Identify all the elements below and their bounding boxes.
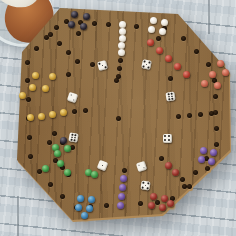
- die-pip: [171, 97, 173, 99]
- board-hole: [214, 126, 219, 131]
- board-hole: [180, 177, 185, 182]
- die-showing-6[interactable]: [68, 132, 78, 142]
- maroon-marble[interactable]: [150, 193, 157, 200]
- die-pip: [70, 136, 72, 138]
- die-pip: [167, 95, 169, 97]
- board-hole: [76, 31, 81, 36]
- board-hole: [155, 200, 160, 205]
- green-marble[interactable]: [64, 145, 71, 152]
- board-hole: [25, 60, 30, 65]
- white-marble[interactable]: [148, 26, 155, 33]
- coral-marble[interactable]: [201, 80, 208, 87]
- white-marble[interactable]: [119, 28, 126, 35]
- green-marble[interactable]: [42, 165, 49, 172]
- board-hole: [114, 78, 119, 83]
- board-hole: [214, 142, 219, 147]
- die-pip: [145, 63, 147, 65]
- board-hole: [25, 78, 30, 83]
- yellow-marble[interactable]: [49, 73, 56, 80]
- purple-marble[interactable]: [200, 147, 207, 154]
- die-pip: [101, 164, 103, 166]
- red-marble[interactable]: [174, 63, 181, 70]
- die-pip: [170, 92, 172, 94]
- red-marble[interactable]: [183, 71, 190, 78]
- green-marble[interactable]: [91, 171, 98, 178]
- white-marble[interactable]: [161, 19, 168, 26]
- die-showing-5[interactable]: [141, 59, 152, 70]
- board-hole: [106, 22, 111, 27]
- die-pip: [146, 187, 148, 189]
- purple-marble[interactable]: [208, 158, 215, 165]
- die-pip: [148, 61, 150, 63]
- board-hole: [159, 156, 164, 161]
- die-pip: [104, 66, 106, 68]
- die-pip: [167, 93, 169, 95]
- board-hole: [168, 76, 173, 81]
- board-hole: [181, 36, 186, 41]
- blue-marble[interactable]: [77, 195, 84, 202]
- purple-marble[interactable]: [119, 184, 126, 191]
- board-hole: [104, 203, 109, 208]
- board-hole: [122, 168, 127, 173]
- board-hole: [34, 46, 39, 51]
- die-pip: [71, 133, 73, 135]
- die-pip: [101, 64, 103, 66]
- board-hole: [47, 140, 52, 145]
- board-hole: [28, 154, 33, 159]
- yellow-marble[interactable]: [49, 111, 56, 118]
- board-hole: [66, 72, 71, 77]
- purple-marble[interactable]: [198, 156, 205, 163]
- die-pip: [141, 186, 143, 188]
- purple-marble[interactable]: [210, 149, 217, 156]
- die-pip: [70, 93, 72, 95]
- coral-marble[interactable]: [214, 82, 221, 89]
- board-hole: [52, 131, 57, 136]
- white-marble[interactable]: [150, 17, 157, 24]
- board-hole: [209, 111, 214, 116]
- yellow-marble[interactable]: [60, 109, 67, 116]
- board-hole: [37, 169, 42, 174]
- die-showing-5[interactable]: [140, 180, 150, 190]
- die-showing-6[interactable]: [165, 91, 175, 101]
- board-hole: [26, 97, 31, 102]
- maroon-marble[interactable]: [167, 200, 174, 207]
- scene: [0, 0, 236, 236]
- yellow-marble[interactable]: [27, 114, 34, 121]
- maroon-marble[interactable]: [148, 202, 155, 209]
- maroon-marble[interactable]: [161, 195, 168, 202]
- black-marble[interactable]: [60, 137, 67, 144]
- board-hole: [83, 108, 88, 113]
- coral-marble[interactable]: [222, 69, 229, 76]
- die-pip: [168, 135, 170, 137]
- die-pip: [147, 66, 149, 68]
- black-marble[interactable]: [71, 11, 78, 18]
- red-marble[interactable]: [165, 55, 172, 62]
- blue-marble[interactable]: [75, 204, 82, 211]
- board-hole: [90, 62, 95, 67]
- yellow-marble[interactable]: [38, 113, 45, 120]
- purple-marble[interactable]: [117, 202, 124, 209]
- blue-marble[interactable]: [88, 196, 95, 203]
- maroon-marble[interactable]: [159, 204, 166, 211]
- die-pip: [144, 184, 146, 186]
- maroon-marble[interactable]: [165, 162, 172, 169]
- die-showing-3[interactable]: [96, 59, 107, 70]
- board-hole: [198, 112, 203, 117]
- white-marble[interactable]: [119, 35, 126, 42]
- white-marble[interactable]: [118, 49, 125, 56]
- die-pip: [142, 166, 144, 168]
- blue-marble[interactable]: [81, 212, 88, 219]
- board-hole: [134, 24, 139, 29]
- board-hole: [193, 170, 198, 175]
- board-hole: [66, 50, 71, 55]
- yellow-marble[interactable]: [32, 72, 39, 79]
- die-pip: [168, 98, 170, 100]
- board-hole: [117, 66, 122, 71]
- board-hole: [27, 135, 32, 140]
- maroon-marble[interactable]: [172, 169, 179, 176]
- board-hole: [182, 184, 187, 189]
- board-hole: [205, 166, 210, 171]
- yellow-marble[interactable]: [42, 85, 49, 92]
- white-marble[interactable]: [118, 42, 125, 49]
- die-showing-4[interactable]: [163, 134, 172, 143]
- die-pip: [168, 139, 170, 141]
- yellow-marble[interactable]: [19, 92, 26, 99]
- board-hole: [194, 49, 199, 54]
- die-pip: [143, 60, 145, 62]
- die-pip: [74, 136, 76, 138]
- board-hole: [92, 21, 97, 26]
- die-pip: [164, 135, 166, 137]
- purple-marble[interactable]: [120, 175, 127, 182]
- black-marble[interactable]: [68, 21, 75, 28]
- white-marble[interactable]: [159, 28, 166, 35]
- die-pip: [98, 62, 100, 64]
- board-hole: [206, 62, 211, 67]
- green-marble[interactable]: [57, 160, 64, 167]
- black-marble[interactable]: [83, 13, 90, 20]
- board-hole: [57, 41, 62, 46]
- board-hole: [187, 113, 192, 118]
- die-pip: [74, 134, 76, 136]
- blue-marble[interactable]: [86, 205, 93, 212]
- board-hole: [60, 194, 65, 199]
- die-pip: [171, 95, 173, 97]
- board-hole: [213, 94, 218, 99]
- die-pip: [142, 65, 144, 67]
- board-hole: [187, 184, 192, 189]
- green-marble[interactable]: [64, 169, 71, 176]
- black-marble[interactable]: [80, 23, 87, 30]
- white-marble[interactable]: [119, 21, 126, 28]
- coral-marble[interactable]: [217, 60, 224, 67]
- die-showing-2[interactable]: [66, 91, 77, 102]
- yellow-marble[interactable]: [29, 84, 36, 91]
- die-showing-2[interactable]: [135, 160, 146, 171]
- board-hole: [48, 182, 53, 187]
- board-hole: [54, 25, 59, 30]
- board-hole: [118, 58, 123, 63]
- board-hole: [176, 114, 181, 119]
- red-marble[interactable]: [156, 47, 163, 54]
- board-hole: [138, 201, 143, 206]
- die-pip: [164, 139, 166, 141]
- die-pip: [142, 181, 144, 183]
- board-hole: [48, 32, 53, 37]
- board-hole: [72, 109, 77, 114]
- red-marble[interactable]: [147, 39, 154, 46]
- board-wrapper: [0, 0, 236, 236]
- board-hole: [156, 36, 161, 41]
- die-pip: [70, 138, 72, 140]
- die-pip: [147, 182, 149, 184]
- die-pip: [137, 164, 139, 166]
- die-pip: [73, 139, 75, 141]
- green-marble[interactable]: [54, 150, 61, 157]
- board-hole: [75, 59, 80, 64]
- board-hole: [116, 116, 121, 121]
- coral-marble[interactable]: [209, 71, 216, 78]
- purple-marble[interactable]: [118, 193, 125, 200]
- die-pip: [72, 98, 74, 100]
